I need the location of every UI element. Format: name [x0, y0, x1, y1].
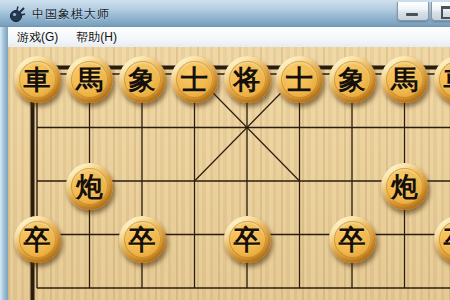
piece-glyph: 車 [24, 56, 51, 103]
menu-bar: 游戏(G) 帮助(H) [8, 27, 450, 48]
piece-卒-c2r3[interactable]: 卒 [119, 216, 166, 263]
app-icon [9, 5, 27, 23]
piece-卒-c4r3[interactable]: 卒 [224, 216, 271, 263]
piece-glyph: 卒 [129, 216, 156, 263]
piece-炮-c7r2[interactable]: 炮 [381, 163, 428, 210]
piece-象-c2r0[interactable]: 象 [119, 56, 166, 103]
title-bar[interactable]: 中国象棋大师 [0, 0, 450, 28]
piece-glyph: 象 [339, 56, 366, 103]
piece-glyph: 車 [444, 56, 450, 103]
piece-士-c5r0[interactable]: 士 [276, 56, 323, 103]
piece-glyph: 象 [129, 56, 156, 103]
piece-glyph: 馬 [76, 56, 103, 103]
piece-炮-c1r2[interactable]: 炮 [66, 163, 113, 210]
minimize-icon [406, 13, 418, 16]
piece-馬-c7r0[interactable]: 馬 [381, 56, 428, 103]
window-title: 中国象棋大师 [32, 6, 110, 23]
maximize-icon [441, 6, 450, 19]
piece-glyph: 将 [234, 56, 261, 103]
piece-士-c3r0[interactable]: 士 [171, 56, 218, 103]
piece-馬-c1r0[interactable]: 馬 [66, 56, 113, 103]
piece-glyph: 炮 [391, 163, 418, 210]
piece-車-c0r0[interactable]: 車 [14, 56, 61, 103]
piece-glyph: 炮 [76, 163, 103, 210]
piece-glyph: 士 [181, 56, 208, 103]
piece-glyph: 卒 [234, 216, 261, 263]
piece-象-c6r0[interactable]: 象 [329, 56, 376, 103]
piece-卒-c6r3[interactable]: 卒 [329, 216, 376, 263]
piece-卒-c0r3[interactable]: 卒 [14, 216, 61, 263]
app-window: 中国象棋大师 游戏(G) 帮助(H) 車馬象士将士象馬車炮炮卒卒卒卒卒 [0, 0, 450, 300]
piece-将-c4r0[interactable]: 将 [224, 56, 271, 103]
piece-glyph: 馬 [391, 56, 418, 103]
maximize-button[interactable] [431, 2, 450, 21]
piece-glyph: 卒 [24, 216, 51, 263]
menu-item-game[interactable]: 游戏(G) [8, 27, 67, 48]
minimize-button[interactable] [397, 2, 429, 21]
piece-glyph: 卒 [339, 216, 366, 263]
menu-item-help[interactable]: 帮助(H) [67, 27, 126, 48]
piece-glyph: 士 [286, 56, 313, 103]
xiangqi-board[interactable]: 車馬象士将士象馬車炮炮卒卒卒卒卒 [8, 47, 450, 300]
piece-glyph: 卒 [444, 216, 450, 263]
window-frame-left [0, 27, 8, 300]
